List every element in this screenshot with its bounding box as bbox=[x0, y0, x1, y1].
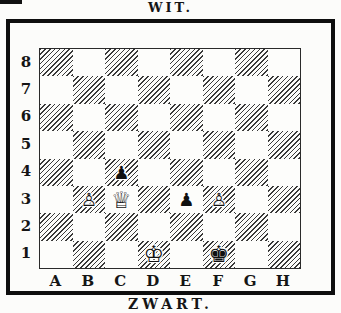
square-h7 bbox=[268, 76, 301, 103]
rank-label-1: 1 bbox=[16, 240, 36, 267]
file-label-g: G bbox=[234, 270, 267, 292]
square-e4 bbox=[170, 159, 203, 186]
rank-label-7: 7 bbox=[16, 75, 36, 102]
square-d1: ♔ bbox=[138, 241, 171, 268]
chess-diagram-page: WIT. 87654321 ♟♙♕♟♙♔♚ ABCDEFGH ZWART. bbox=[0, 0, 341, 313]
square-g3 bbox=[235, 186, 268, 213]
square-b1 bbox=[73, 241, 106, 268]
square-d7 bbox=[138, 76, 171, 103]
piece-white-pawn: ♙ bbox=[203, 186, 236, 213]
file-label-d: D bbox=[137, 270, 170, 292]
square-h1 bbox=[268, 241, 301, 268]
square-f3: ♙ bbox=[203, 186, 236, 213]
file-label-h: H bbox=[267, 270, 300, 292]
square-d5 bbox=[138, 131, 171, 158]
square-h3 bbox=[268, 186, 301, 213]
square-d3 bbox=[138, 186, 171, 213]
square-f8 bbox=[203, 49, 236, 76]
square-c2 bbox=[105, 213, 138, 240]
square-a5 bbox=[40, 131, 73, 158]
square-h5 bbox=[268, 131, 301, 158]
file-label-b: B bbox=[72, 270, 105, 292]
file-label-f: F bbox=[202, 270, 235, 292]
square-c4: ♟ bbox=[105, 159, 138, 186]
square-c8 bbox=[105, 49, 138, 76]
square-c6 bbox=[105, 104, 138, 131]
piece-white-queen: ♕ bbox=[105, 186, 138, 213]
square-f6 bbox=[203, 104, 236, 131]
square-f5 bbox=[203, 131, 236, 158]
square-e7 bbox=[170, 76, 203, 103]
square-b7 bbox=[73, 76, 106, 103]
square-d6 bbox=[138, 104, 171, 131]
black-side-label: ZWART. bbox=[0, 296, 341, 312]
square-e6 bbox=[170, 104, 203, 131]
chess-board: ♟♙♕♟♙♔♚ bbox=[39, 48, 301, 269]
square-e8 bbox=[170, 49, 203, 76]
square-f2 bbox=[203, 213, 236, 240]
square-g8 bbox=[235, 49, 268, 76]
square-b4 bbox=[73, 159, 106, 186]
square-g5 bbox=[235, 131, 268, 158]
square-c1 bbox=[105, 241, 138, 268]
rank-label-3: 3 bbox=[16, 185, 36, 212]
rank-label-8: 8 bbox=[16, 48, 36, 75]
square-f4 bbox=[203, 159, 236, 186]
square-g4 bbox=[235, 159, 268, 186]
square-g1 bbox=[235, 241, 268, 268]
rank-label-6: 6 bbox=[16, 103, 36, 130]
square-f1: ♚ bbox=[203, 241, 236, 268]
piece-white-king: ♔ bbox=[138, 241, 171, 268]
square-b3: ♙ bbox=[73, 186, 106, 213]
diagram-frame: 87654321 ♟♙♕♟♙♔♚ ABCDEFGH bbox=[6, 19, 335, 295]
square-b5 bbox=[73, 131, 106, 158]
square-e3: ♟ bbox=[170, 186, 203, 213]
square-e1 bbox=[170, 241, 203, 268]
white-side-label: WIT. bbox=[0, 0, 341, 15]
piece-black-king: ♚ bbox=[203, 241, 236, 268]
square-a2 bbox=[40, 213, 73, 240]
square-a8 bbox=[40, 49, 73, 76]
square-d8 bbox=[138, 49, 171, 76]
square-g2 bbox=[235, 213, 268, 240]
square-a7 bbox=[40, 76, 73, 103]
file-labels: ABCDEFGH bbox=[39, 270, 299, 292]
rank-label-2: 2 bbox=[16, 212, 36, 239]
square-a1 bbox=[40, 241, 73, 268]
rank-labels: 87654321 bbox=[16, 48, 36, 267]
rank-label-5: 5 bbox=[16, 130, 36, 157]
square-h6 bbox=[268, 104, 301, 131]
piece-white-pawn: ♙ bbox=[73, 186, 106, 213]
square-d2 bbox=[138, 213, 171, 240]
piece-black-pawn: ♟ bbox=[170, 186, 203, 213]
square-a6 bbox=[40, 104, 73, 131]
square-a4 bbox=[40, 159, 73, 186]
square-c7 bbox=[105, 76, 138, 103]
square-c3: ♕ bbox=[105, 186, 138, 213]
square-h8 bbox=[268, 49, 301, 76]
square-b2 bbox=[73, 213, 106, 240]
square-b6 bbox=[73, 104, 106, 131]
square-d4 bbox=[138, 159, 171, 186]
rank-label-4: 4 bbox=[16, 158, 36, 185]
square-b8 bbox=[73, 49, 106, 76]
square-f7 bbox=[203, 76, 236, 103]
square-h2 bbox=[268, 213, 301, 240]
file-label-a: A bbox=[39, 270, 72, 292]
square-g7 bbox=[235, 76, 268, 103]
square-h4 bbox=[268, 159, 301, 186]
file-label-c: C bbox=[104, 270, 137, 292]
square-a3 bbox=[40, 186, 73, 213]
square-e2 bbox=[170, 213, 203, 240]
square-g6 bbox=[235, 104, 268, 131]
file-label-e: E bbox=[169, 270, 202, 292]
square-e5 bbox=[170, 131, 203, 158]
square-c5 bbox=[105, 131, 138, 158]
piece-black-pawn: ♟ bbox=[105, 159, 138, 186]
